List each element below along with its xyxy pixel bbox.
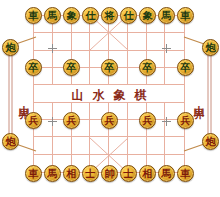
xiangqi-piece-black[interactable]: 馬 bbox=[44, 7, 61, 24]
xiangqi-piece-black[interactable]: 車 bbox=[25, 7, 42, 24]
xiangqi-piece-black[interactable]: 馬 bbox=[158, 7, 175, 24]
xiangqi-piece-red[interactable]: 馬 bbox=[158, 165, 175, 182]
point-marker bbox=[162, 44, 171, 53]
xiangqi-piece-red[interactable]: 兵 bbox=[177, 112, 194, 129]
xiangqi-piece-black[interactable]: 仕 bbox=[120, 7, 137, 24]
board-cell bbox=[147, 137, 166, 154]
xiangqi-piece-black[interactable]: 卒 bbox=[139, 59, 156, 76]
xiangqi-piece-red[interactable]: 炮 bbox=[202, 133, 219, 150]
board-cell bbox=[90, 33, 109, 50]
xiangqi-piece-red[interactable]: 士 bbox=[82, 165, 99, 182]
xiangqi-piece-black[interactable]: 車 bbox=[177, 7, 194, 24]
xiangqi-piece-black[interactable]: 卒 bbox=[101, 59, 118, 76]
right-boundary-label: 山界 bbox=[191, 82, 205, 116]
xiangqi-piece-red[interactable]: 馬 bbox=[44, 165, 61, 182]
board-cell bbox=[165, 137, 184, 154]
board-cell bbox=[128, 137, 147, 154]
xiangqi-piece-red[interactable]: 炮 bbox=[2, 133, 19, 150]
point-marker bbox=[48, 44, 57, 53]
board-cell bbox=[90, 137, 109, 154]
xiangqi-piece-red[interactable]: 兵 bbox=[63, 112, 80, 129]
board-cell bbox=[128, 33, 147, 50]
board-cell bbox=[72, 33, 91, 50]
xiangqi-piece-red[interactable]: 士 bbox=[120, 165, 137, 182]
xiangqi-piece-red[interactable]: 帥 bbox=[101, 165, 118, 182]
xiangqi-piece-red[interactable]: 相 bbox=[63, 165, 80, 182]
xiangqi-board-image: 山水象棋 山界 山界 車馬象仕将仕象馬車炮炮卒卒卒卒卒兵兵兵兵兵炮炮車馬相士帥士… bbox=[0, 0, 220, 197]
board-cell bbox=[34, 137, 53, 154]
xiangqi-piece-red[interactable]: 車 bbox=[177, 165, 194, 182]
xiangqi-piece-black[interactable]: 仕 bbox=[82, 7, 99, 24]
board-cell bbox=[72, 137, 91, 154]
xiangqi-piece-black[interactable]: 卒 bbox=[25, 59, 42, 76]
xiangqi-piece-black[interactable]: 卒 bbox=[177, 59, 194, 76]
board-cell bbox=[53, 137, 72, 154]
left-cannon-rail bbox=[9, 47, 12, 141]
left-boundary-label: 山界 bbox=[16, 82, 30, 116]
board-cell bbox=[109, 137, 128, 154]
right-cannon-rail bbox=[208, 47, 211, 141]
point-marker bbox=[162, 117, 171, 126]
xiangqi-piece-black[interactable]: 炮 bbox=[202, 39, 219, 56]
xiangqi-piece-red[interactable]: 車 bbox=[25, 165, 42, 182]
xiangqi-piece-black[interactable]: 卒 bbox=[63, 59, 80, 76]
xiangqi-piece-red[interactable]: 相 bbox=[139, 165, 156, 182]
xiangqi-piece-black[interactable]: 炮 bbox=[2, 39, 19, 56]
xiangqi-piece-black[interactable]: 象 bbox=[139, 7, 156, 24]
point-marker bbox=[48, 117, 57, 126]
xiangqi-piece-red[interactable]: 兵 bbox=[25, 112, 42, 129]
xiangqi-piece-black[interactable]: 将 bbox=[101, 7, 118, 24]
xiangqi-piece-red[interactable]: 兵 bbox=[139, 112, 156, 129]
board-cell bbox=[109, 33, 128, 50]
xiangqi-piece-red[interactable]: 兵 bbox=[101, 112, 118, 129]
river-label: 山水象棋 bbox=[33, 87, 185, 104]
xiangqi-piece-black[interactable]: 象 bbox=[63, 7, 80, 24]
